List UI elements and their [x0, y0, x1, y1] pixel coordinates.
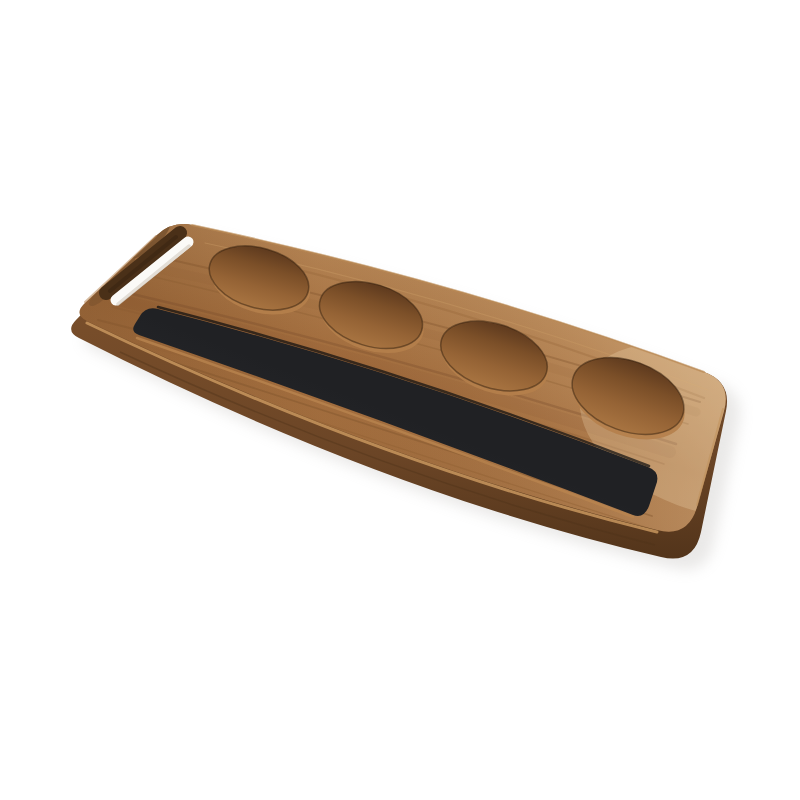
photo-stage: [0, 0, 800, 800]
product-photo: [0, 0, 800, 800]
flight-tray-photo: [0, 0, 800, 800]
